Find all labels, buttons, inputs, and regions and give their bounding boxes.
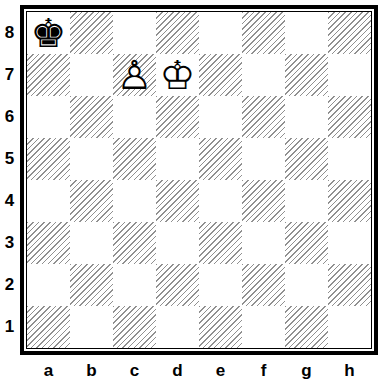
rank-label-7: 7 <box>0 54 19 96</box>
square-c3[interactable] <box>113 222 156 264</box>
square-h8[interactable] <box>328 12 371 54</box>
square-f8[interactable] <box>242 12 285 54</box>
piece-glyph: ♙ <box>113 54 156 96</box>
square-b3[interactable] <box>70 222 113 264</box>
file-label-e: e <box>199 357 242 385</box>
square-f2[interactable] <box>242 264 285 306</box>
square-e1[interactable] <box>199 306 242 348</box>
square-c4[interactable] <box>113 180 156 222</box>
file-label-b: b <box>70 357 113 385</box>
square-g6[interactable] <box>285 96 328 138</box>
square-e8[interactable] <box>199 12 242 54</box>
square-h3[interactable] <box>328 222 371 264</box>
square-b8[interactable] <box>70 12 113 54</box>
square-e3[interactable] <box>199 222 242 264</box>
square-d3[interactable] <box>156 222 199 264</box>
square-f3[interactable] <box>242 222 285 264</box>
square-e6[interactable] <box>199 96 242 138</box>
square-d6[interactable] <box>156 96 199 138</box>
square-h4[interactable] <box>328 180 371 222</box>
square-f7[interactable] <box>242 54 285 96</box>
square-b6[interactable] <box>70 96 113 138</box>
square-g5[interactable] <box>285 138 328 180</box>
file-label-c: c <box>113 357 156 385</box>
square-c1[interactable] <box>113 306 156 348</box>
square-f1[interactable] <box>242 306 285 348</box>
piece-white-pawn[interactable]: ♟♙ <box>113 54 156 96</box>
piece-black-king[interactable]: ♚♚ <box>27 12 70 54</box>
square-d8[interactable] <box>156 12 199 54</box>
square-g1[interactable] <box>285 306 328 348</box>
square-b1[interactable] <box>70 306 113 348</box>
square-a4[interactable] <box>27 180 70 222</box>
square-e2[interactable] <box>199 264 242 306</box>
square-a3[interactable] <box>27 222 70 264</box>
file-labels: abcdefgh <box>27 357 371 385</box>
rank-label-8: 8 <box>0 12 19 54</box>
square-a1[interactable] <box>27 306 70 348</box>
square-h2[interactable] <box>328 264 371 306</box>
piece-glyph: ♔ <box>156 54 199 96</box>
chess-diagram: 87654321 ♚♚♟♙♚♔ abcdefgh <box>0 0 383 387</box>
square-g7[interactable] <box>285 54 328 96</box>
file-label-a: a <box>27 357 70 385</box>
square-b2[interactable] <box>70 264 113 306</box>
rank-label-2: 2 <box>0 264 19 306</box>
square-c5[interactable] <box>113 138 156 180</box>
rank-label-4: 4 <box>0 180 19 222</box>
square-c2[interactable] <box>113 264 156 306</box>
square-c8[interactable] <box>113 12 156 54</box>
square-d7[interactable]: ♚♔ <box>156 54 199 96</box>
square-d1[interactable] <box>156 306 199 348</box>
rank-label-5: 5 <box>0 138 19 180</box>
square-h7[interactable] <box>328 54 371 96</box>
file-label-d: d <box>156 357 199 385</box>
square-h5[interactable] <box>328 138 371 180</box>
square-d5[interactable] <box>156 138 199 180</box>
square-h6[interactable] <box>328 96 371 138</box>
chess-board: ♚♚♟♙♚♔ <box>20 5 378 355</box>
square-f4[interactable] <box>242 180 285 222</box>
rank-label-3: 3 <box>0 222 19 264</box>
square-b4[interactable] <box>70 180 113 222</box>
square-b5[interactable] <box>70 138 113 180</box>
square-g4[interactable] <box>285 180 328 222</box>
square-a2[interactable] <box>27 264 70 306</box>
square-a8[interactable]: ♚♚ <box>27 12 70 54</box>
square-c6[interactable] <box>113 96 156 138</box>
square-c7[interactable]: ♟♙ <box>113 54 156 96</box>
square-h1[interactable] <box>328 306 371 348</box>
square-a5[interactable] <box>27 138 70 180</box>
square-a6[interactable] <box>27 96 70 138</box>
square-e5[interactable] <box>199 138 242 180</box>
square-d4[interactable] <box>156 180 199 222</box>
square-a7[interactable] <box>27 54 70 96</box>
square-f5[interactable] <box>242 138 285 180</box>
square-g8[interactable] <box>285 12 328 54</box>
rank-label-1: 1 <box>0 306 19 348</box>
piece-glyph: ♚ <box>27 12 70 54</box>
rank-label-6: 6 <box>0 96 19 138</box>
square-b7[interactable] <box>70 54 113 96</box>
file-label-g: g <box>285 357 328 385</box>
rank-labels: 87654321 <box>0 12 19 348</box>
board-grid: ♚♚♟♙♚♔ <box>26 11 372 349</box>
square-f6[interactable] <box>242 96 285 138</box>
square-e4[interactable] <box>199 180 242 222</box>
square-g3[interactable] <box>285 222 328 264</box>
square-d2[interactable] <box>156 264 199 306</box>
file-label-h: h <box>328 357 371 385</box>
square-e7[interactable] <box>199 54 242 96</box>
piece-white-king[interactable]: ♚♔ <box>156 54 199 96</box>
file-label-f: f <box>242 357 285 385</box>
square-g2[interactable] <box>285 264 328 306</box>
